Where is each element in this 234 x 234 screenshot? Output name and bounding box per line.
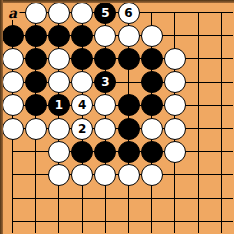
intersection-c5r4: 3 bbox=[94, 71, 117, 94]
intersection-c1r3 bbox=[1, 47, 24, 70]
go-diagram: a563142 bbox=[0, 0, 234, 234]
grid-vline bbox=[82, 187, 83, 210]
intersection-c6r8 bbox=[117, 163, 140, 186]
intersection-c8r2 bbox=[163, 24, 186, 47]
intersection-c10r9 bbox=[210, 187, 233, 210]
grid-vline bbox=[221, 187, 222, 210]
intersection-c4r10 bbox=[71, 210, 94, 233]
grid-vline bbox=[35, 163, 36, 186]
black-stone bbox=[94, 48, 116, 70]
grid-hline bbox=[13, 221, 25, 222]
black-stone bbox=[118, 118, 140, 140]
intersection-c9r7 bbox=[187, 140, 210, 163]
intersection-c8r3 bbox=[163, 47, 186, 70]
white-stone bbox=[94, 94, 116, 116]
black-stone-move-1: 1 bbox=[48, 94, 70, 116]
grid-vline bbox=[198, 163, 199, 186]
go-board: a563142 bbox=[1, 1, 233, 233]
intersection-c1r10 bbox=[1, 210, 24, 233]
white-stone bbox=[141, 118, 163, 140]
white-stone bbox=[118, 25, 140, 47]
grid-vline bbox=[35, 140, 36, 163]
black-stone bbox=[25, 48, 47, 70]
intersection-c7r7 bbox=[140, 140, 163, 163]
intersection-c7r10 bbox=[140, 210, 163, 233]
intersection-c10r7 bbox=[210, 140, 233, 163]
intersection-c9r2 bbox=[187, 24, 210, 47]
intersection-c9r8 bbox=[187, 163, 210, 186]
intersection-c8r8 bbox=[163, 163, 186, 186]
board-frame-left-edge bbox=[0, 0, 3, 234]
intersection-c2r2 bbox=[24, 24, 47, 47]
intersection-c3r5: 1 bbox=[47, 94, 70, 117]
grid-vline bbox=[198, 13, 199, 25]
grid-vline bbox=[198, 140, 199, 163]
intersection-c6r3 bbox=[117, 47, 140, 70]
intersection-c10r6 bbox=[210, 117, 233, 140]
intersection-c5r8 bbox=[94, 163, 117, 186]
black-stone bbox=[118, 94, 140, 116]
white-stone-move-4: 4 bbox=[71, 94, 93, 116]
intersection-c8r9 bbox=[163, 187, 186, 210]
black-stone bbox=[71, 141, 93, 163]
intersection-c5r7 bbox=[94, 140, 117, 163]
grid-vline bbox=[221, 47, 222, 70]
grid-vline bbox=[128, 210, 129, 233]
intersection-c1r1: a bbox=[1, 1, 24, 24]
intersection-c10r5 bbox=[210, 94, 233, 117]
intersection-c2r4 bbox=[24, 71, 47, 94]
black-stone bbox=[141, 141, 163, 163]
intersection-c1r4 bbox=[1, 71, 24, 94]
intersection-c5r10 bbox=[94, 210, 117, 233]
grid-vline bbox=[221, 13, 222, 25]
grid-vline bbox=[174, 24, 175, 47]
intersection-c1r7 bbox=[1, 140, 24, 163]
board-frame-top-edge bbox=[0, 0, 234, 3]
intersection-c8r7 bbox=[163, 140, 186, 163]
intersection-c3r8 bbox=[47, 163, 70, 186]
grid-vline bbox=[35, 187, 36, 210]
intersection-c1r9 bbox=[1, 187, 24, 210]
grid-vline bbox=[128, 187, 129, 210]
intersection-c3r4 bbox=[47, 71, 70, 94]
intersection-c7r4 bbox=[140, 71, 163, 94]
grid-vline bbox=[198, 187, 199, 210]
intersection-c6r4 bbox=[117, 71, 140, 94]
grid-vline bbox=[174, 13, 175, 25]
black-stone bbox=[25, 25, 47, 47]
intersection-c10r8 bbox=[210, 163, 233, 186]
black-stone bbox=[118, 141, 140, 163]
black-stone bbox=[48, 25, 70, 47]
white-stone bbox=[94, 25, 116, 47]
white-stone bbox=[164, 48, 186, 70]
intersection-c2r3 bbox=[24, 47, 47, 70]
intersection-c8r4 bbox=[163, 71, 186, 94]
intersection-c10r4 bbox=[210, 71, 233, 94]
intersection-c4r8 bbox=[71, 163, 94, 186]
grid-vline bbox=[174, 163, 175, 186]
black-stone bbox=[118, 48, 140, 70]
black-stone bbox=[141, 48, 163, 70]
black-stone bbox=[141, 71, 163, 93]
intersection-c9r1 bbox=[187, 1, 210, 24]
white-stone bbox=[2, 94, 24, 116]
grid-hline bbox=[13, 151, 25, 152]
intersection-c4r6: 2 bbox=[71, 117, 94, 140]
grid-vline bbox=[174, 187, 175, 210]
grid-vline bbox=[12, 140, 13, 163]
grid-vline bbox=[58, 187, 59, 210]
grid-vline bbox=[221, 140, 222, 163]
intersection-c6r6 bbox=[117, 117, 140, 140]
intersection-c4r4 bbox=[71, 71, 94, 94]
intersection-c2r6 bbox=[24, 117, 47, 140]
white-stone bbox=[164, 94, 186, 116]
intersection-c7r2 bbox=[140, 24, 163, 47]
intersection-c5r5 bbox=[94, 94, 117, 117]
intersection-c9r5 bbox=[187, 94, 210, 117]
intersection-c9r9 bbox=[187, 187, 210, 210]
white-stone bbox=[48, 48, 70, 70]
white-stone bbox=[164, 71, 186, 93]
white-stone bbox=[48, 164, 70, 186]
intersection-c1r2 bbox=[1, 24, 24, 47]
intersection-c10r3 bbox=[210, 47, 233, 70]
grid-vline bbox=[128, 71, 129, 94]
intersection-c10r10 bbox=[210, 210, 233, 233]
white-stone bbox=[2, 48, 24, 70]
intersection-c2r1 bbox=[24, 1, 47, 24]
grid-vline bbox=[105, 210, 106, 233]
grid-vline bbox=[221, 163, 222, 186]
grid-vline bbox=[221, 71, 222, 94]
grid-vline bbox=[198, 94, 199, 117]
intersection-c2r8 bbox=[24, 163, 47, 186]
grid-vline bbox=[82, 210, 83, 233]
white-stone bbox=[2, 71, 24, 93]
grid-vline bbox=[174, 210, 175, 233]
intersection-c6r10 bbox=[117, 210, 140, 233]
white-stone-move-6: 6 bbox=[118, 2, 140, 24]
intersection-c6r2 bbox=[117, 24, 140, 47]
intersection-c8r10 bbox=[163, 210, 186, 233]
grid-vline bbox=[198, 71, 199, 94]
intersection-c4r3 bbox=[71, 47, 94, 70]
intersection-c4r9 bbox=[71, 187, 94, 210]
white-stone bbox=[71, 2, 93, 24]
intersection-c4r1 bbox=[71, 1, 94, 24]
intersection-c3r6 bbox=[47, 117, 70, 140]
black-stone bbox=[71, 25, 93, 47]
intersection-c9r6 bbox=[187, 117, 210, 140]
intersection-c1r6 bbox=[1, 117, 24, 140]
black-stone bbox=[94, 141, 116, 163]
grid-vline bbox=[12, 210, 13, 233]
point-label-a: a bbox=[6, 6, 19, 20]
intersection-c7r1 bbox=[140, 1, 163, 24]
intersection-c7r3 bbox=[140, 47, 163, 70]
grid-vline bbox=[221, 117, 222, 140]
black-stone bbox=[141, 94, 163, 116]
grid-vline bbox=[151, 13, 152, 25]
grid-hline bbox=[13, 174, 25, 175]
grid-vline bbox=[198, 210, 199, 233]
intersection-c8r5 bbox=[163, 94, 186, 117]
white-stone bbox=[164, 141, 186, 163]
grid-vline bbox=[221, 94, 222, 117]
intersection-c2r5 bbox=[24, 94, 47, 117]
white-stone bbox=[94, 164, 116, 186]
intersection-c2r10 bbox=[24, 210, 47, 233]
intersection-c4r7 bbox=[71, 140, 94, 163]
black-stone bbox=[2, 25, 24, 47]
grid-vline bbox=[151, 187, 152, 210]
grid-vline bbox=[198, 117, 199, 140]
grid-vline bbox=[35, 210, 36, 233]
intersection-c7r6 bbox=[140, 117, 163, 140]
white-stone bbox=[164, 118, 186, 140]
intersection-c7r9 bbox=[140, 187, 163, 210]
white-stone bbox=[141, 25, 163, 47]
intersection-c1r8 bbox=[1, 163, 24, 186]
black-stone-move-3: 3 bbox=[94, 71, 116, 93]
black-stone-move-5: 5 bbox=[94, 2, 116, 24]
white-stone bbox=[48, 118, 70, 140]
intersection-c3r1 bbox=[47, 1, 70, 24]
intersection-c8r1 bbox=[163, 1, 186, 24]
intersection-c6r9 bbox=[117, 187, 140, 210]
intersection-c6r1: 6 bbox=[117, 1, 140, 24]
intersection-c6r7 bbox=[117, 140, 140, 163]
intersection-c9r10 bbox=[187, 210, 210, 233]
intersection-c9r4 bbox=[187, 71, 210, 94]
white-stone-move-2: 2 bbox=[71, 118, 93, 140]
white-stone bbox=[25, 2, 47, 24]
grid-vline bbox=[105, 187, 106, 210]
black-stone bbox=[25, 94, 47, 116]
intersection-c8r6 bbox=[163, 117, 186, 140]
white-stone bbox=[118, 164, 140, 186]
grid-vline bbox=[151, 210, 152, 233]
intersection-c7r5 bbox=[140, 94, 163, 117]
intersection-c5r6 bbox=[94, 117, 117, 140]
grid-vline bbox=[221, 210, 222, 233]
grid-vline bbox=[221, 24, 222, 47]
black-stone bbox=[25, 71, 47, 93]
grid-vline bbox=[12, 163, 13, 186]
intersection-c7r8 bbox=[140, 163, 163, 186]
grid-vline bbox=[198, 24, 199, 47]
intersection-c5r1: 5 bbox=[94, 1, 117, 24]
white-stone bbox=[141, 164, 163, 186]
intersection-c10r1 bbox=[210, 1, 233, 24]
intersection-c3r3 bbox=[47, 47, 70, 70]
grid-vline bbox=[58, 210, 59, 233]
intersection-c6r5 bbox=[117, 94, 140, 117]
black-stone bbox=[71, 48, 93, 70]
intersection-c3r7 bbox=[47, 140, 70, 163]
white-stone bbox=[71, 71, 93, 93]
white-stone bbox=[48, 141, 70, 163]
intersection-c9r3 bbox=[187, 47, 210, 70]
grid-vline bbox=[198, 47, 199, 70]
white-stone bbox=[71, 164, 93, 186]
white-stone bbox=[48, 2, 70, 24]
intersection-c1r5 bbox=[1, 94, 24, 117]
intersection-c3r9 bbox=[47, 187, 70, 210]
intersection-c4r5: 4 bbox=[71, 94, 94, 117]
white-stone bbox=[94, 118, 116, 140]
intersection-c4r2 bbox=[71, 24, 94, 47]
grid-vline bbox=[12, 187, 13, 210]
intersection-c3r2 bbox=[47, 24, 70, 47]
white-stone bbox=[25, 118, 47, 140]
grid-hline bbox=[13, 198, 25, 199]
intersection-c3r10 bbox=[47, 210, 70, 233]
intersection-c5r9 bbox=[94, 187, 117, 210]
white-stone bbox=[2, 118, 24, 140]
intersection-c5r3 bbox=[94, 47, 117, 70]
white-stone bbox=[48, 71, 70, 93]
intersection-c2r7 bbox=[24, 140, 47, 163]
intersection-c2r9 bbox=[24, 187, 47, 210]
intersection-c5r2 bbox=[94, 24, 117, 47]
intersection-c10r2 bbox=[210, 24, 233, 47]
